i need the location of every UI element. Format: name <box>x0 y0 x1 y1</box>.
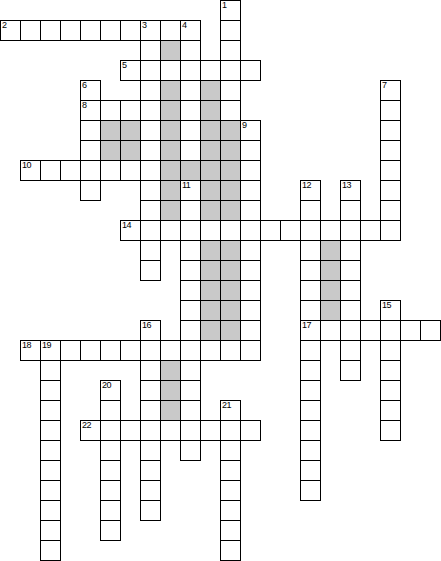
shaded-cell <box>160 360 181 381</box>
grid-cell[interactable] <box>140 440 161 461</box>
clue-number: 19 <box>42 341 51 350</box>
grid-cell[interactable] <box>180 320 201 341</box>
grid-cell[interactable] <box>140 420 161 441</box>
grid-cell[interactable]: 22 <box>80 420 101 441</box>
grid-cell[interactable] <box>40 420 61 441</box>
grid-cell[interactable] <box>180 80 201 101</box>
grid-cell[interactable] <box>300 300 321 321</box>
grid-cell[interactable] <box>380 220 401 241</box>
grid-cell[interactable] <box>220 40 241 61</box>
grid-cell[interactable]: 7 <box>380 80 401 101</box>
grid-cell[interactable] <box>380 320 401 341</box>
grid-cell[interactable]: 13 <box>340 180 361 201</box>
grid-cell[interactable] <box>200 420 221 441</box>
grid-cell[interactable] <box>300 460 321 481</box>
grid-cell[interactable] <box>180 440 201 461</box>
grid-cell[interactable] <box>40 460 61 481</box>
grid-cell[interactable] <box>100 160 121 181</box>
clue-number: 18 <box>22 341 31 350</box>
grid-cell[interactable] <box>140 80 161 101</box>
clue-number: 6 <box>82 81 87 90</box>
grid-cell[interactable] <box>180 140 201 161</box>
shaded-cell <box>160 120 181 141</box>
shaded-cell <box>220 280 241 301</box>
grid-cell[interactable] <box>300 380 321 401</box>
shaded-cell <box>220 240 241 261</box>
grid-cell[interactable] <box>200 220 221 241</box>
grid-cell[interactable]: 17 <box>300 320 321 341</box>
shaded-cell <box>160 40 181 61</box>
grid-cell[interactable] <box>80 180 101 201</box>
grid-cell[interactable] <box>300 200 321 221</box>
shaded-cell <box>320 300 341 321</box>
grid-cell[interactable]: 5 <box>120 60 141 81</box>
grid-cell[interactable] <box>100 460 121 481</box>
grid-cell[interactable] <box>160 20 181 41</box>
grid-cell[interactable] <box>300 260 321 281</box>
grid-cell[interactable] <box>340 320 361 341</box>
shaded-cell <box>180 160 201 181</box>
grid-cell[interactable] <box>380 100 401 121</box>
grid-cell[interactable] <box>220 460 241 481</box>
grid-cell[interactable] <box>200 340 221 361</box>
grid-cell[interactable] <box>160 340 181 361</box>
grid-cell[interactable] <box>280 220 301 241</box>
grid-cell[interactable] <box>180 340 201 361</box>
clue-number: 15 <box>382 301 391 310</box>
grid-cell[interactable] <box>340 340 361 361</box>
shaded-cell <box>220 160 241 181</box>
shaded-cell <box>200 200 221 221</box>
grid-cell[interactable] <box>380 360 401 381</box>
grid-cell[interactable] <box>220 440 241 461</box>
clue-number: 12 <box>302 181 311 190</box>
grid-cell[interactable]: 2 <box>0 20 21 41</box>
grid-cell[interactable] <box>160 220 181 241</box>
shaded-cell <box>200 300 221 321</box>
grid-cell[interactable] <box>140 360 161 381</box>
grid-cell[interactable] <box>140 500 161 521</box>
grid-cell[interactable] <box>100 440 121 461</box>
grid-cell[interactable] <box>240 340 261 361</box>
grid-cell[interactable] <box>180 400 201 421</box>
shaded-cell <box>220 180 241 201</box>
grid-cell[interactable] <box>180 380 201 401</box>
grid-cell[interactable] <box>180 100 201 121</box>
shaded-cell <box>220 200 241 221</box>
grid-cell[interactable] <box>140 60 161 81</box>
shaded-cell <box>100 120 121 141</box>
grid-cell[interactable] <box>100 520 121 541</box>
shaded-cell <box>160 80 181 101</box>
grid-cell[interactable] <box>40 520 61 541</box>
grid-cell[interactable]: 8 <box>80 100 101 121</box>
grid-cell[interactable] <box>340 200 361 221</box>
grid-cell[interactable] <box>240 260 261 281</box>
shaded-cell <box>220 120 241 141</box>
grid-cell[interactable] <box>260 220 281 241</box>
grid-cell[interactable] <box>380 420 401 441</box>
grid-cell[interactable] <box>80 140 101 161</box>
grid-cell[interactable] <box>60 20 81 41</box>
shaded-cell <box>200 260 221 281</box>
clue-number: 2 <box>2 21 7 30</box>
shaded-cell <box>200 320 221 341</box>
grid-cell[interactable] <box>300 220 321 241</box>
grid-cell[interactable]: 21 <box>220 400 241 421</box>
clue-number: 10 <box>22 161 31 170</box>
grid-cell[interactable]: 10 <box>20 160 41 181</box>
grid-cell[interactable] <box>100 420 121 441</box>
grid-cell[interactable] <box>240 300 261 321</box>
grid-cell[interactable] <box>120 160 141 181</box>
clue-number: 21 <box>222 401 231 410</box>
grid-cell[interactable] <box>300 420 321 441</box>
shaded-cell <box>200 280 221 301</box>
grid-cell[interactable]: 15 <box>380 300 401 321</box>
grid-cell[interactable] <box>220 20 241 41</box>
grid-cell[interactable] <box>200 60 221 81</box>
grid-cell[interactable]: 16 <box>140 320 161 341</box>
shaded-cell <box>220 140 241 161</box>
shaded-cell <box>160 140 181 161</box>
grid-cell[interactable] <box>180 240 201 261</box>
clue-number: 4 <box>182 21 187 30</box>
grid-cell[interactable] <box>80 340 101 361</box>
grid-cell[interactable] <box>100 20 121 41</box>
grid-cell[interactable] <box>40 480 61 501</box>
shaded-cell <box>320 260 341 281</box>
grid-cell[interactable] <box>220 520 241 541</box>
shaded-cell <box>160 380 181 401</box>
grid-cell[interactable] <box>180 420 201 441</box>
grid-cell[interactable] <box>140 100 161 121</box>
shaded-cell <box>120 140 141 161</box>
grid-cell[interactable] <box>40 360 61 381</box>
grid-cell[interactable] <box>140 200 161 221</box>
grid-cell[interactable] <box>240 280 261 301</box>
grid-cell[interactable] <box>300 400 321 421</box>
shaded-cell <box>220 320 241 341</box>
grid-cell[interactable] <box>360 320 381 341</box>
grid-cell[interactable] <box>220 220 241 241</box>
grid-cell[interactable] <box>40 20 61 41</box>
grid-cell[interactable] <box>240 60 261 81</box>
clue-number: 7 <box>382 81 387 90</box>
grid-cell[interactable]: 18 <box>20 340 41 361</box>
shaded-cell <box>320 240 341 261</box>
grid-cell[interactable] <box>140 240 161 261</box>
grid-cell[interactable] <box>180 120 201 141</box>
grid-cell[interactable] <box>40 500 61 521</box>
crossword-grid: 12345678910111213141516171819202122 <box>0 0 441 561</box>
grid-cell[interactable]: 14 <box>120 220 141 241</box>
grid-cell[interactable] <box>380 340 401 361</box>
shaded-cell <box>160 200 181 221</box>
grid-cell[interactable] <box>340 260 361 281</box>
shaded-cell <box>160 400 181 421</box>
grid-cell[interactable] <box>300 280 321 301</box>
shaded-cell <box>200 180 221 201</box>
grid-cell[interactable] <box>220 480 241 501</box>
shaded-cell <box>200 240 221 261</box>
grid-cell[interactable]: 4 <box>180 20 201 41</box>
grid-cell[interactable]: 19 <box>40 340 61 361</box>
grid-cell[interactable] <box>60 160 81 181</box>
grid-cell[interactable] <box>240 220 261 241</box>
grid-cell[interactable] <box>180 200 201 221</box>
grid-cell[interactable] <box>40 440 61 461</box>
grid-cell[interactable]: 3 <box>140 20 161 41</box>
clue-number: 8 <box>82 101 87 110</box>
grid-cell[interactable] <box>340 220 361 241</box>
grid-cell[interactable] <box>100 500 121 521</box>
grid-cell[interactable] <box>360 220 381 241</box>
grid-cell[interactable]: 1 <box>220 0 241 21</box>
shaded-cell <box>120 120 141 141</box>
shaded-cell <box>200 120 221 141</box>
clue-number: 16 <box>142 321 151 330</box>
grid-cell[interactable] <box>380 180 401 201</box>
grid-cell[interactable] <box>340 300 361 321</box>
grid-cell[interactable] <box>140 220 161 241</box>
shaded-cell <box>200 160 221 181</box>
grid-cell[interactable] <box>340 360 361 381</box>
shaded-cell <box>220 300 241 321</box>
grid-cell[interactable] <box>240 140 261 161</box>
grid-cell[interactable] <box>220 500 241 521</box>
clue-number: 22 <box>82 421 91 430</box>
grid-cell[interactable] <box>220 60 241 81</box>
shaded-cell <box>200 80 221 101</box>
grid-cell[interactable] <box>100 100 121 121</box>
grid-cell[interactable] <box>340 280 361 301</box>
grid-cell[interactable] <box>180 40 201 61</box>
grid-cell[interactable] <box>40 540 61 561</box>
grid-cell[interactable] <box>420 320 441 341</box>
clue-number: 5 <box>122 61 127 70</box>
grid-cell[interactable] <box>100 340 121 361</box>
grid-cell[interactable] <box>380 400 401 421</box>
shaded-cell <box>320 280 341 301</box>
grid-cell[interactable] <box>120 20 141 41</box>
clue-number: 3 <box>142 21 147 30</box>
grid-cell[interactable] <box>320 220 341 241</box>
grid-cell[interactable] <box>300 440 321 461</box>
shaded-cell <box>160 100 181 121</box>
grid-cell[interactable] <box>140 260 161 281</box>
grid-cell[interactable] <box>240 240 261 261</box>
grid-cell[interactable] <box>380 380 401 401</box>
grid-cell[interactable] <box>140 120 161 141</box>
grid-cell[interactable] <box>140 400 161 421</box>
grid-cell[interactable] <box>240 160 261 181</box>
grid-cell[interactable] <box>80 20 101 41</box>
grid-cell[interactable] <box>320 320 341 341</box>
grid-cell[interactable] <box>140 380 161 401</box>
clue-number: 13 <box>342 181 351 190</box>
clue-number: 17 <box>302 321 311 330</box>
grid-cell[interactable] <box>180 300 201 321</box>
grid-cell[interactable] <box>220 420 241 441</box>
grid-cell[interactable] <box>100 480 121 501</box>
grid-cell[interactable] <box>180 280 201 301</box>
grid-cell[interactable] <box>80 120 101 141</box>
grid-cell[interactable]: 20 <box>100 380 121 401</box>
grid-cell[interactable] <box>300 480 321 501</box>
grid-cell[interactable] <box>300 340 321 361</box>
grid-cell[interactable] <box>180 360 201 381</box>
grid-cell[interactable] <box>140 480 161 501</box>
grid-cell[interactable] <box>220 80 241 101</box>
grid-cell[interactable] <box>80 160 101 181</box>
clue-number: 1 <box>222 1 227 10</box>
grid-cell[interactable] <box>180 60 201 81</box>
clue-number: 11 <box>182 181 190 190</box>
grid-cell[interactable] <box>40 380 61 401</box>
grid-cell[interactable] <box>140 460 161 481</box>
grid-cell[interactable] <box>140 180 161 201</box>
grid-cell[interactable] <box>140 140 161 161</box>
clue-number: 14 <box>122 221 131 230</box>
grid-cell[interactable] <box>180 220 201 241</box>
grid-cell[interactable] <box>140 340 161 361</box>
grid-cell[interactable] <box>240 320 261 341</box>
grid-cell[interactable] <box>160 420 181 441</box>
grid-cell[interactable] <box>240 180 261 201</box>
grid-cell[interactable] <box>140 160 161 181</box>
grid-cell[interactable] <box>120 420 141 441</box>
grid-cell[interactable] <box>380 200 401 221</box>
grid-cell[interactable] <box>120 340 141 361</box>
grid-cell[interactable]: 11 <box>180 180 201 201</box>
grid-cell[interactable]: 9 <box>240 120 261 141</box>
grid-cell[interactable]: 6 <box>80 80 101 101</box>
grid-cell[interactable] <box>380 160 401 181</box>
grid-cell[interactable] <box>40 160 61 181</box>
grid-cell[interactable] <box>220 540 241 561</box>
grid-cell[interactable] <box>400 320 421 341</box>
clue-number: 9 <box>242 121 247 130</box>
shaded-cell <box>160 180 181 201</box>
shaded-cell <box>160 160 181 181</box>
grid-cell[interactable] <box>40 400 61 421</box>
grid-cell[interactable] <box>120 100 141 121</box>
grid-cell[interactable]: 12 <box>300 180 321 201</box>
shaded-cell <box>220 260 241 281</box>
shaded-cell <box>100 140 121 161</box>
shaded-cell <box>200 140 221 161</box>
grid-cell[interactable] <box>240 420 261 441</box>
grid-cell[interactable] <box>20 20 41 41</box>
grid-cell[interactable] <box>180 260 201 281</box>
shaded-cell <box>200 100 221 121</box>
grid-cell[interactable] <box>60 340 81 361</box>
clue-number: 20 <box>102 381 111 390</box>
grid-cell[interactable] <box>240 200 261 221</box>
grid-cell[interactable] <box>220 100 241 121</box>
grid-cell[interactable] <box>160 60 181 81</box>
grid-cell[interactable] <box>340 240 361 261</box>
grid-cell[interactable] <box>300 240 321 261</box>
grid-cell[interactable] <box>220 340 241 361</box>
grid-cell[interactable] <box>100 400 121 421</box>
grid-cell[interactable] <box>300 360 321 381</box>
grid-cell[interactable] <box>380 120 401 141</box>
grid-cell[interactable] <box>380 140 401 161</box>
grid-cell[interactable] <box>140 40 161 61</box>
